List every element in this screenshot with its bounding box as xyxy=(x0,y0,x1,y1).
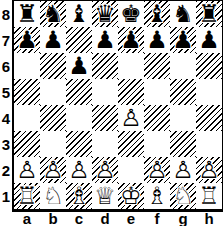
square-e6[interactable] xyxy=(118,53,144,79)
square-c3[interactable] xyxy=(66,131,92,157)
piece-black-rook[interactable]: ♜ xyxy=(196,1,222,27)
square-b1[interactable]: ♞♘ xyxy=(40,183,66,209)
square-b6[interactable] xyxy=(40,53,66,79)
square-f4[interactable] xyxy=(144,105,170,131)
square-f7[interactable]: ♟ xyxy=(144,27,170,53)
file-label-a: a xyxy=(14,212,40,226)
square-d1[interactable]: ♛♕ xyxy=(92,183,118,209)
square-c6[interactable]: ♟ xyxy=(66,53,92,79)
square-g4[interactable] xyxy=(170,105,196,131)
piece-glyph: ♟ xyxy=(118,27,144,53)
square-g5[interactable] xyxy=(170,79,196,105)
piece-glyph: ♞ xyxy=(40,1,66,27)
square-f2[interactable]: ♟♙ xyxy=(144,157,170,183)
square-h8[interactable]: ♜ xyxy=(196,1,222,27)
piece-black-pawn[interactable]: ♟ xyxy=(170,27,196,53)
piece-glyph: ♝ xyxy=(66,1,92,27)
square-a3[interactable] xyxy=(14,131,40,157)
square-h2[interactable]: ♟♙ xyxy=(196,157,222,183)
rank-label-1: 1 xyxy=(0,183,12,209)
square-b8[interactable]: ♞ xyxy=(40,1,66,27)
piece-glyph-outline: ♘ xyxy=(170,183,196,209)
square-e2[interactable] xyxy=(118,157,144,183)
piece-white-pawn[interactable]: ♟♙ xyxy=(170,157,196,183)
file-label-d: d xyxy=(92,212,118,226)
rank-label-5: 5 xyxy=(0,79,12,105)
piece-glyph: ♛ xyxy=(92,1,118,27)
piece-white-rook[interactable]: ♜♖ xyxy=(196,183,222,209)
piece-black-pawn[interactable]: ♟ xyxy=(92,27,118,53)
piece-glyph-outline: ♖ xyxy=(196,183,222,209)
piece-glyph: ♜ xyxy=(14,1,40,27)
piece-white-rook[interactable]: ♜♖ xyxy=(14,183,40,209)
piece-glyph: ♟ xyxy=(170,27,196,53)
square-b3[interactable] xyxy=(40,131,66,157)
piece-black-pawn[interactable]: ♟ xyxy=(144,27,170,53)
piece-white-pawn[interactable]: ♟♙ xyxy=(14,157,40,183)
piece-white-queen[interactable]: ♛♕ xyxy=(92,183,118,209)
piece-white-pawn[interactable]: ♟♙ xyxy=(118,105,144,131)
square-h3[interactable] xyxy=(196,131,222,157)
piece-glyph: ♟ xyxy=(66,53,92,79)
piece-black-bishop[interactable]: ♝ xyxy=(144,1,170,27)
square-e7[interactable]: ♟ xyxy=(118,27,144,53)
piece-glyph-outline: ♙ xyxy=(118,105,144,131)
piece-black-knight[interactable]: ♞ xyxy=(40,1,66,27)
piece-glyph-outline: ♔ xyxy=(118,183,144,209)
square-e1[interactable]: ♚♔ xyxy=(118,183,144,209)
square-g1[interactable]: ♞♘ xyxy=(170,183,196,209)
piece-white-pawn[interactable]: ♟♙ xyxy=(40,157,66,183)
piece-white-king[interactable]: ♚♔ xyxy=(118,183,144,209)
piece-glyph: ♟ xyxy=(196,27,222,53)
square-f5[interactable] xyxy=(144,79,170,105)
square-a8[interactable]: ♜ xyxy=(14,1,40,27)
square-d7[interactable]: ♟ xyxy=(92,27,118,53)
square-h5[interactable] xyxy=(196,79,222,105)
square-e3[interactable] xyxy=(118,131,144,157)
piece-glyph-outline: ♙ xyxy=(196,157,222,183)
piece-glyph-outline: ♙ xyxy=(92,157,118,183)
piece-glyph-outline: ♗ xyxy=(144,183,170,209)
square-f3[interactable] xyxy=(144,131,170,157)
piece-glyph-outline: ♙ xyxy=(144,157,170,183)
square-g2[interactable]: ♟♙ xyxy=(170,157,196,183)
piece-glyph: ♜ xyxy=(196,1,222,27)
piece-black-pawn[interactable]: ♟ xyxy=(14,27,40,53)
square-b5[interactable] xyxy=(40,79,66,105)
piece-white-knight[interactable]: ♞♘ xyxy=(170,183,196,209)
piece-black-bishop[interactable]: ♝ xyxy=(66,1,92,27)
piece-glyph-outline: ♙ xyxy=(40,157,66,183)
piece-black-pawn[interactable]: ♟ xyxy=(66,53,92,79)
piece-black-pawn[interactable]: ♟ xyxy=(118,27,144,53)
square-e4[interactable]: ♟♙ xyxy=(118,105,144,131)
file-labels: abcdefgh xyxy=(12,212,223,226)
square-d4[interactable] xyxy=(92,105,118,131)
piece-black-rook[interactable]: ♜ xyxy=(14,1,40,27)
square-c5[interactable] xyxy=(66,79,92,105)
rank-label-8: 8 xyxy=(0,1,12,27)
square-d6[interactable] xyxy=(92,53,118,79)
square-c4[interactable] xyxy=(66,105,92,131)
rank-labels: 87654321 xyxy=(0,0,12,212)
piece-black-pawn[interactable]: ♟ xyxy=(196,27,222,53)
rank-label-6: 6 xyxy=(0,53,12,79)
rank-label-4: 4 xyxy=(0,105,12,131)
piece-black-pawn[interactable]: ♟ xyxy=(40,27,66,53)
piece-glyph: ♞ xyxy=(170,1,196,27)
piece-glyph-outline: ♙ xyxy=(170,157,196,183)
square-g7[interactable]: ♟ xyxy=(170,27,196,53)
file-label-e: e xyxy=(118,212,144,226)
file-label-f: f xyxy=(144,212,170,226)
piece-white-bishop[interactable]: ♝♗ xyxy=(144,183,170,209)
square-b2[interactable]: ♟♙ xyxy=(40,157,66,183)
piece-glyph-outline: ♙ xyxy=(14,157,40,183)
piece-glyph: ♟ xyxy=(92,27,118,53)
square-h4[interactable] xyxy=(196,105,222,131)
square-a5[interactable] xyxy=(14,79,40,105)
square-d3[interactable] xyxy=(92,131,118,157)
square-b4[interactable] xyxy=(40,105,66,131)
piece-black-queen[interactable]: ♛ xyxy=(92,1,118,27)
rank-label-3: 3 xyxy=(0,131,12,157)
piece-glyph: ♚ xyxy=(118,1,144,27)
square-a6[interactable] xyxy=(14,53,40,79)
square-h7[interactable]: ♟ xyxy=(196,27,222,53)
square-d2[interactable]: ♟♙ xyxy=(92,157,118,183)
file-label-h: h xyxy=(196,212,222,226)
board: ♜♞♝♛♚♝♞♜♟♟♟♟♟♟♟♟♟♙♟♙♟♙♟♙♟♙♟♙♟♙♟♙♜♖♞♘♝♗♛♕… xyxy=(12,0,223,212)
square-c2[interactable]: ♟♙ xyxy=(66,157,92,183)
square-f1[interactable]: ♝♗ xyxy=(144,183,170,209)
square-f6[interactable] xyxy=(144,53,170,79)
square-g6[interactable] xyxy=(170,53,196,79)
square-g3[interactable] xyxy=(170,131,196,157)
chess-diagram: 87654321 ♜♞♝♛♚♝♞♜♟♟♟♟♟♟♟♟♟♙♟♙♟♙♟♙♟♙♟♙♟♙♟… xyxy=(0,0,223,226)
square-e5[interactable] xyxy=(118,79,144,105)
rank-label-2: 2 xyxy=(0,157,12,183)
square-e8[interactable]: ♚ xyxy=(118,1,144,27)
square-c7[interactable] xyxy=(66,27,92,53)
piece-glyph-outline: ♘ xyxy=(40,183,66,209)
square-f8[interactable]: ♝ xyxy=(144,1,170,27)
square-a2[interactable]: ♟♙ xyxy=(14,157,40,183)
piece-white-pawn[interactable]: ♟♙ xyxy=(92,157,118,183)
square-c8[interactable]: ♝ xyxy=(66,1,92,27)
piece-white-pawn[interactable]: ♟♙ xyxy=(144,157,170,183)
piece-glyph: ♟ xyxy=(14,27,40,53)
piece-white-knight[interactable]: ♞♘ xyxy=(40,183,66,209)
square-a7[interactable]: ♟ xyxy=(14,27,40,53)
file-label-c: c xyxy=(66,212,92,226)
square-h6[interactable] xyxy=(196,53,222,79)
piece-glyph: ♟ xyxy=(40,27,66,53)
piece-glyph-outline: ♗ xyxy=(66,183,92,209)
square-c1[interactable]: ♝♗ xyxy=(66,183,92,209)
piece-black-knight[interactable]: ♞ xyxy=(170,1,196,27)
square-b7[interactable]: ♟ xyxy=(40,27,66,53)
piece-glyph: ♟ xyxy=(144,27,170,53)
piece-black-king[interactable]: ♚ xyxy=(118,1,144,27)
square-d5[interactable] xyxy=(92,79,118,105)
square-d8[interactable]: ♛ xyxy=(92,1,118,27)
piece-glyph-outline: ♖ xyxy=(14,183,40,209)
piece-glyph: ♝ xyxy=(144,1,170,27)
square-a4[interactable] xyxy=(14,105,40,131)
piece-white-bishop[interactable]: ♝♗ xyxy=(66,183,92,209)
piece-white-pawn[interactable]: ♟♙ xyxy=(196,157,222,183)
file-label-b: b xyxy=(40,212,66,226)
piece-glyph-outline: ♕ xyxy=(92,183,118,209)
square-a1[interactable]: ♜♖ xyxy=(14,183,40,209)
square-g8[interactable]: ♞ xyxy=(170,1,196,27)
piece-white-pawn[interactable]: ♟♙ xyxy=(66,157,92,183)
file-label-g: g xyxy=(170,212,196,226)
rank-label-7: 7 xyxy=(0,27,12,53)
square-h1[interactable]: ♜♖ xyxy=(196,183,222,209)
piece-glyph-outline: ♙ xyxy=(66,157,92,183)
